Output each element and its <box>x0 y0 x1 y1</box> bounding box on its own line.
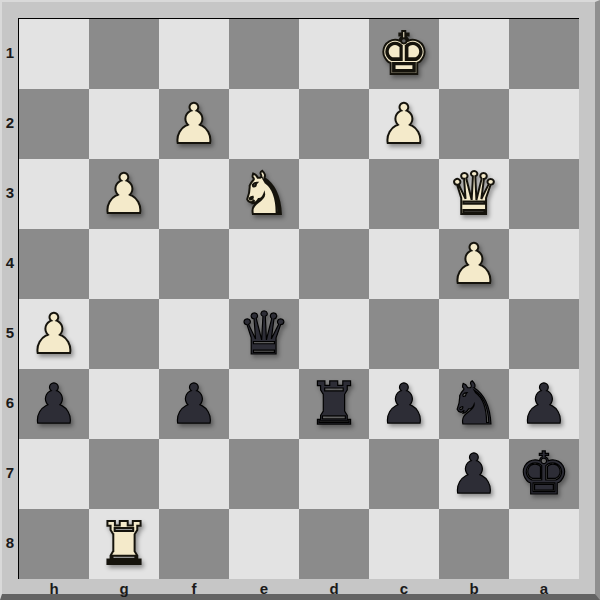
square-e5[interactable]: ♛ <box>229 299 299 369</box>
square-c2[interactable]: ♟ <box>369 89 439 159</box>
black-knight[interactable]: ♞ <box>448 369 501 439</box>
square-a4[interactable] <box>509 229 579 299</box>
black-queen[interactable]: ♛ <box>238 299 291 369</box>
white-pawn[interactable]: ♟ <box>449 229 498 299</box>
square-c8[interactable] <box>369 509 439 579</box>
file-label-a: a <box>509 580 579 598</box>
square-g1[interactable] <box>89 19 159 89</box>
square-f2[interactable]: ♟ <box>159 89 229 159</box>
square-f5[interactable] <box>159 299 229 369</box>
square-h3[interactable] <box>19 159 89 229</box>
black-pawn[interactable]: ♟ <box>379 369 428 439</box>
square-a8[interactable] <box>509 509 579 579</box>
rank-label-6: 6 <box>2 368 18 438</box>
white-king[interactable]: ♚ <box>378 19 431 89</box>
white-pawn[interactable]: ♟ <box>379 89 428 159</box>
square-c5[interactable] <box>369 299 439 369</box>
square-g5[interactable] <box>89 299 159 369</box>
square-h6[interactable]: ♟ <box>19 369 89 439</box>
square-d4[interactable] <box>299 229 369 299</box>
file-label-c: c <box>369 580 439 598</box>
file-label-g: g <box>89 580 159 598</box>
square-a2[interactable] <box>509 89 579 159</box>
white-rook[interactable]: ♜ <box>98 509 151 579</box>
square-e7[interactable] <box>229 439 299 509</box>
square-c3[interactable] <box>369 159 439 229</box>
square-f4[interactable] <box>159 229 229 299</box>
white-queen[interactable]: ♛ <box>448 159 501 229</box>
square-d5[interactable] <box>299 299 369 369</box>
square-a5[interactable] <box>509 299 579 369</box>
file-labels: hgfedcba <box>19 580 579 598</box>
square-e8[interactable] <box>229 509 299 579</box>
black-pawn[interactable]: ♟ <box>449 439 498 509</box>
square-d7[interactable] <box>299 439 369 509</box>
square-f1[interactable] <box>159 19 229 89</box>
black-rook[interactable]: ♜ <box>308 369 361 439</box>
square-g6[interactable] <box>89 369 159 439</box>
square-e3[interactable]: ♞ <box>229 159 299 229</box>
square-b5[interactable] <box>439 299 509 369</box>
square-b8[interactable] <box>439 509 509 579</box>
white-knight[interactable]: ♞ <box>238 159 291 229</box>
square-f8[interactable] <box>159 509 229 579</box>
file-label-b: b <box>439 580 509 598</box>
rank-label-5: 5 <box>2 298 18 368</box>
square-b1[interactable] <box>439 19 509 89</box>
square-c1[interactable]: ♚ <box>369 19 439 89</box>
rank-label-1: 1 <box>2 18 18 88</box>
file-label-h: h <box>19 580 89 598</box>
white-pawn[interactable]: ♟ <box>99 159 148 229</box>
file-label-f: f <box>159 580 229 598</box>
board-frame: 12345678 ♚♟♟♟♞♛♟♟♛♟♟♜♟♞♟♟♚♜ hgfedcba <box>0 0 600 600</box>
square-g8[interactable]: ♜ <box>89 509 159 579</box>
square-b2[interactable] <box>439 89 509 159</box>
square-a6[interactable]: ♟ <box>509 369 579 439</box>
square-c4[interactable] <box>369 229 439 299</box>
square-g3[interactable]: ♟ <box>89 159 159 229</box>
square-e2[interactable] <box>229 89 299 159</box>
square-b6[interactable]: ♞ <box>439 369 509 439</box>
square-h8[interactable] <box>19 509 89 579</box>
square-h1[interactable] <box>19 19 89 89</box>
square-a3[interactable] <box>509 159 579 229</box>
square-h4[interactable] <box>19 229 89 299</box>
square-b3[interactable]: ♛ <box>439 159 509 229</box>
black-pawn[interactable]: ♟ <box>29 369 78 439</box>
black-pawn[interactable]: ♟ <box>519 369 568 439</box>
square-c6[interactable]: ♟ <box>369 369 439 439</box>
square-g7[interactable] <box>89 439 159 509</box>
square-h5[interactable]: ♟ <box>19 299 89 369</box>
file-label-d: d <box>299 580 369 598</box>
rank-label-7: 7 <box>2 438 18 508</box>
square-a1[interactable] <box>509 19 579 89</box>
square-g2[interactable] <box>89 89 159 159</box>
square-e4[interactable] <box>229 229 299 299</box>
chess-board: ♚♟♟♟♞♛♟♟♛♟♟♜♟♞♟♟♚♜ <box>18 18 579 579</box>
square-h7[interactable] <box>19 439 89 509</box>
rank-label-4: 4 <box>2 228 18 298</box>
white-pawn[interactable]: ♟ <box>29 299 78 369</box>
square-f6[interactable]: ♟ <box>159 369 229 439</box>
square-d3[interactable] <box>299 159 369 229</box>
square-b7[interactable]: ♟ <box>439 439 509 509</box>
square-d6[interactable]: ♜ <box>299 369 369 439</box>
square-a7[interactable]: ♚ <box>509 439 579 509</box>
rank-label-2: 2 <box>2 88 18 158</box>
square-e6[interactable] <box>229 369 299 439</box>
square-f3[interactable] <box>159 159 229 229</box>
black-king[interactable]: ♚ <box>518 439 571 509</box>
square-e1[interactable] <box>229 19 299 89</box>
file-label-e: e <box>229 580 299 598</box>
square-d1[interactable] <box>299 19 369 89</box>
square-h2[interactable] <box>19 89 89 159</box>
square-g4[interactable] <box>89 229 159 299</box>
square-b4[interactable]: ♟ <box>439 229 509 299</box>
square-d2[interactable] <box>299 89 369 159</box>
white-pawn[interactable]: ♟ <box>169 89 218 159</box>
square-f7[interactable] <box>159 439 229 509</box>
square-c7[interactable] <box>369 439 439 509</box>
rank-label-3: 3 <box>2 158 18 228</box>
square-d8[interactable] <box>299 509 369 579</box>
rank-label-8: 8 <box>2 508 18 578</box>
black-pawn[interactable]: ♟ <box>169 369 218 439</box>
